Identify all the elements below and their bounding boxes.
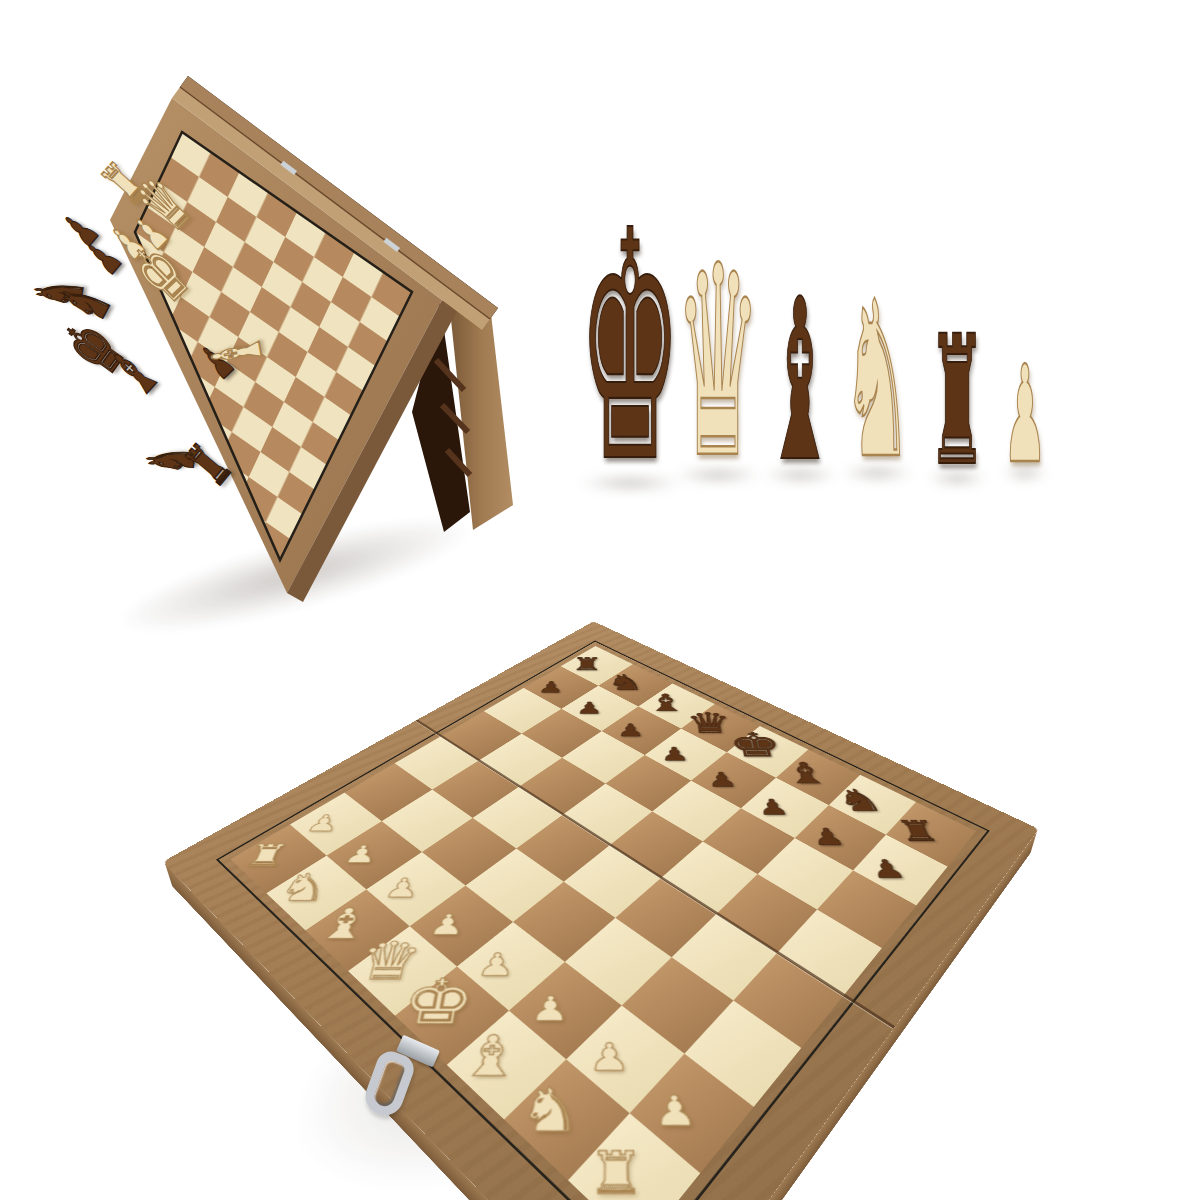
light-queen: ♛	[675, 231, 761, 495]
pinstripe-border	[216, 641, 990, 1200]
latch-ring-icon	[360, 1047, 418, 1120]
dark-bishop: ♝	[764, 269, 837, 492]
light-knight: ♞	[842, 273, 913, 489]
dark-king: ♚	[578, 190, 681, 506]
product-photo-canvas: ♜♛♟♟♟♟♞♞♚♚♝♟♝♞♜ ♚♛♝♞♜♟ ♜♞♝♛♚♝♞♜♟♟♟♟♟♟♟♟♟…	[0, 0, 1200, 1200]
dark-rook: ♜	[928, 313, 986, 492]
latch	[352, 1030, 462, 1150]
light-pawn: ♟	[1003, 349, 1047, 483]
